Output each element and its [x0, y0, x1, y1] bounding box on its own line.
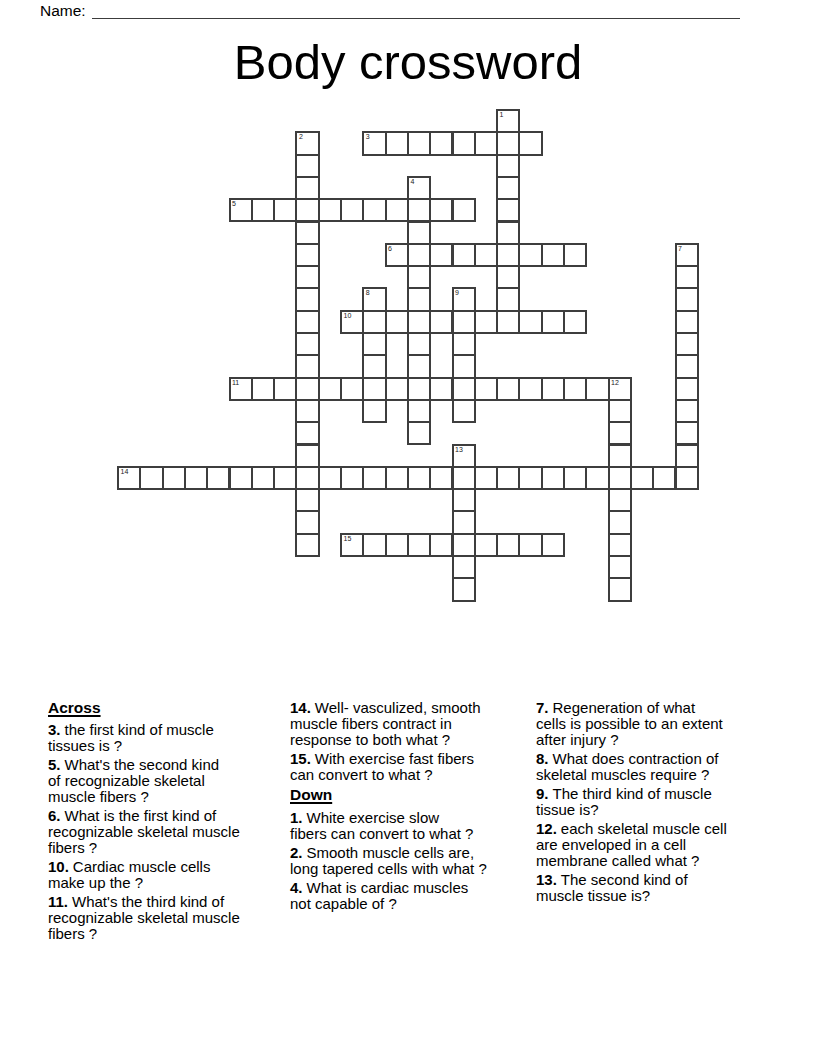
cell-r11-c11[interactable]	[362, 354, 386, 378]
clue-text: Well- vasculized, smooth muscle fibers c…	[290, 699, 480, 748]
cell-r15-c8[interactable]	[295, 444, 319, 468]
cell-r16-c13[interactable]	[407, 466, 431, 490]
clue-text: Cardiac muscle cells make up the ?	[48, 858, 210, 891]
cell-r7-c8[interactable]	[295, 265, 319, 289]
cell-r9-c16[interactable]	[474, 310, 498, 334]
clue-number: 14.	[290, 699, 311, 716]
cell-number: 3	[366, 133, 370, 141]
cell-r16-c18[interactable]	[518, 466, 542, 490]
cell-r17-c22[interactable]	[608, 488, 632, 512]
cell-r16-c10[interactable]	[340, 466, 364, 490]
clue-across-10: 10.Cardiac muscle cells make up the ?	[48, 859, 264, 891]
cell-r12-c13[interactable]	[407, 377, 431, 401]
cell-r6-c20[interactable]	[563, 243, 587, 267]
clue-number: 11.	[48, 893, 68, 910]
cell-r12-c14[interactable]	[429, 377, 453, 401]
clue-column-2: 14.Well- vasculized, smooth muscle fiber…	[290, 700, 514, 915]
clue-text: What does contraction of skeletal muscle…	[536, 750, 718, 783]
cell-r9-c10[interactable]: 10	[340, 310, 364, 334]
cell-r12-c17[interactable]	[496, 377, 520, 401]
cell-r5-c8[interactable]	[295, 221, 319, 245]
cell-r10-c25[interactable]	[675, 332, 699, 356]
clue-text: Regeneration of what cells is possible t…	[536, 699, 723, 748]
cell-r6-c25[interactable]: 7	[675, 243, 699, 267]
clue-text: What's the second kind of recognizable s…	[48, 756, 219, 805]
clue-number: 4.	[290, 879, 303, 896]
cell-r19-c17[interactable]	[496, 533, 520, 557]
cell-r16-c12[interactable]	[385, 466, 409, 490]
cell-r6-c15[interactable]	[452, 243, 476, 267]
worksheet-page: { "game": "crossword", "page": { "name_l…	[0, 0, 816, 1056]
cell-r19-c10[interactable]: 15	[340, 533, 364, 557]
clue-text: Smooth muscle cells are, long tapered ce…	[290, 844, 487, 877]
cell-r21-c15[interactable]	[452, 577, 476, 601]
cell-r12-c16[interactable]	[474, 377, 498, 401]
cell-r9-c8[interactable]	[295, 310, 319, 334]
cell-r4-c6[interactable]	[251, 198, 275, 222]
cell-r16-c17[interactable]	[496, 466, 520, 490]
cell-number: 12	[611, 379, 619, 387]
cell-number: 8	[366, 289, 370, 297]
cell-r8-c15[interactable]: 9	[452, 287, 476, 311]
clue-number: 2.	[290, 844, 303, 861]
cell-r1-c12[interactable]	[385, 131, 409, 155]
cell-number: 13	[455, 446, 463, 454]
cell-r8-c17[interactable]	[496, 287, 520, 311]
cell-r14-c25[interactable]	[675, 421, 699, 445]
cell-r16-c19[interactable]	[541, 466, 565, 490]
cell-r11-c25[interactable]	[675, 354, 699, 378]
cell-r10-c8[interactable]	[295, 332, 319, 356]
cell-r19-c13[interactable]	[407, 533, 431, 557]
cell-r12-c22[interactable]: 12	[608, 377, 632, 401]
cell-r3-c17[interactable]	[496, 176, 520, 200]
cell-r14-c22[interactable]	[608, 421, 632, 445]
cell-number: 1	[500, 111, 504, 119]
cell-r16-c6[interactable]	[251, 466, 275, 490]
clue-down-2: 2.Smooth muscle cells are, long tapered …	[290, 845, 514, 877]
clue-number: 12.	[536, 820, 557, 837]
cell-r16-c16[interactable]	[474, 466, 498, 490]
clue-across-15: 15.With exercise fast fibers can convert…	[290, 751, 514, 783]
cell-r12-c25[interactable]	[675, 377, 699, 401]
cell-r16-c20[interactable]	[563, 466, 587, 490]
cell-r1-c11[interactable]: 3	[362, 131, 386, 155]
clue-text: What's the third kind of recognizable sk…	[48, 893, 240, 942]
cell-r15-c25[interactable]	[675, 444, 699, 468]
cell-number: 10	[344, 312, 352, 320]
cell-r16-c4[interactable]	[206, 466, 230, 490]
cell-r5-c13[interactable]	[407, 221, 431, 245]
clue-across-14: 14.Well- vasculized, smooth muscle fiber…	[290, 700, 514, 748]
cell-r1-c8[interactable]: 2	[295, 131, 319, 155]
cell-r16-c2[interactable]	[162, 466, 186, 490]
cell-r4-c9[interactable]	[318, 198, 342, 222]
clue-number: 13.	[536, 871, 557, 888]
cell-r16-c23[interactable]	[630, 466, 654, 490]
cell-r16-c7[interactable]	[273, 466, 297, 490]
cell-r1-c17[interactable]	[496, 131, 520, 155]
cell-r5-c17[interactable]	[496, 221, 520, 245]
cell-r19-c14[interactable]	[429, 533, 453, 557]
cell-r19-c12[interactable]	[385, 533, 409, 557]
clue-text: the first kind of muscle tissues is ?	[48, 721, 214, 754]
cell-r12-c6[interactable]	[251, 377, 275, 401]
cell-r6-c13[interactable]	[407, 243, 431, 267]
cell-r7-c25[interactable]	[675, 265, 699, 289]
cell-r4-c13[interactable]	[407, 198, 431, 222]
clue-text: With exercise fast fibers can convert to…	[290, 750, 474, 783]
cell-r16-c3[interactable]	[184, 466, 208, 490]
cell-r12-c18[interactable]	[518, 377, 542, 401]
cell-r13-c13[interactable]	[407, 399, 431, 423]
cell-r12-c21[interactable]	[585, 377, 609, 401]
cell-r16-c11[interactable]	[362, 466, 386, 490]
cell-r1-c18[interactable]	[518, 131, 542, 155]
crossword-grid: 123456789101112131415	[118, 110, 698, 601]
cell-r13-c22[interactable]	[608, 399, 632, 423]
cell-r15-c15[interactable]: 13	[452, 444, 476, 468]
cell-r16-c0[interactable]: 14	[117, 466, 141, 490]
cell-r20-c22[interactable]	[608, 555, 632, 579]
clue-number: 7.	[536, 699, 549, 716]
name-label: Name:	[40, 2, 92, 19]
cell-r6-c12[interactable]: 6	[385, 243, 409, 267]
cell-r6-c16[interactable]	[474, 243, 498, 267]
cell-r9-c18[interactable]	[518, 310, 542, 334]
cell-number: 7	[678, 245, 682, 253]
cell-r7-c17[interactable]	[496, 265, 520, 289]
clue-across-5: 5.What's the second kind of recognizable…	[48, 757, 264, 805]
cell-r13-c25[interactable]	[675, 399, 699, 423]
page-title: Body crossword	[0, 34, 816, 90]
cell-r19-c19[interactable]	[541, 533, 565, 557]
cell-number: 6	[388, 245, 392, 253]
clue-number: 5.	[48, 756, 61, 773]
cell-r4-c12[interactable]	[385, 198, 409, 222]
clue-text: White exercise slow fibers can convert t…	[290, 809, 473, 842]
cell-r19-c11[interactable]	[362, 533, 386, 557]
cell-r4-c8[interactable]	[295, 198, 319, 222]
cell-r1-c14[interactable]	[429, 131, 453, 155]
clue-down-9: 9.The third kind of muscle tissue is?	[536, 786, 766, 818]
clue-number: 9.	[536, 785, 549, 802]
cell-r19-c18[interactable]	[518, 533, 542, 557]
cell-r19-c16[interactable]	[474, 533, 498, 557]
cell-r8-c13[interactable]	[407, 287, 431, 311]
clue-column-3: 7.Regeneration of what cells is possible…	[536, 700, 766, 907]
cell-r12-c7[interactable]	[273, 377, 297, 401]
cell-r18-c22[interactable]	[608, 510, 632, 534]
clue-across-6: 6.What is the first kind of recognizable…	[48, 808, 264, 856]
cell-r11-c15[interactable]	[452, 354, 476, 378]
cell-r4-c10[interactable]	[340, 198, 364, 222]
clue-down-8: 8.What does contraction of skeletal musc…	[536, 751, 766, 783]
cell-r15-c22[interactable]	[608, 444, 632, 468]
cell-r10-c13[interactable]	[407, 332, 431, 356]
cell-r4-c14[interactable]	[429, 198, 453, 222]
cell-r12-c19[interactable]	[541, 377, 565, 401]
clue-down-12: 12.each skeletal muscle cell are envelop…	[536, 821, 766, 869]
cell-r4-c5[interactable]: 5	[229, 198, 253, 222]
cell-r16-c22[interactable]	[608, 466, 632, 490]
cell-r12-c8[interactable]	[295, 377, 319, 401]
clue-number: 3.	[48, 721, 61, 738]
clue-number: 8.	[536, 750, 549, 767]
cell-r9-c25[interactable]	[675, 310, 699, 334]
cell-r9-c11[interactable]	[362, 310, 386, 334]
cell-r9-c20[interactable]	[563, 310, 587, 334]
cell-r17-c15[interactable]	[452, 488, 476, 512]
clue-number: 1.	[290, 809, 303, 826]
cell-r1-c15[interactable]	[452, 131, 476, 155]
cell-number: 5	[232, 200, 236, 208]
clue-text: The third kind of muscle tissue is?	[536, 785, 712, 818]
cell-r20-c15[interactable]	[452, 555, 476, 579]
cell-r9-c13[interactable]	[407, 310, 431, 334]
clue-text: What is the first kind of recognizable s…	[48, 807, 240, 856]
cell-r12-c11[interactable]	[362, 377, 386, 401]
cell-r16-c21[interactable]	[585, 466, 609, 490]
cell-r3-c13[interactable]: 4	[407, 176, 431, 200]
cell-number: 11	[232, 379, 239, 387]
cell-r3-c8[interactable]	[295, 176, 319, 200]
clue-number: 6.	[48, 807, 61, 824]
cell-r16-c15[interactable]	[452, 466, 476, 490]
cell-r18-c15[interactable]	[452, 510, 476, 534]
cell-r10-c11[interactable]	[362, 332, 386, 356]
clue-down-1: 1.White exercise slow fibers can convert…	[290, 810, 514, 842]
across-clues-header: Across	[48, 700, 264, 716]
cell-r4-c15[interactable]	[452, 198, 476, 222]
cell-r10-c15[interactable]	[452, 332, 476, 356]
clue-down-13: 13.The second kind of muscle tissue is?	[536, 872, 766, 904]
cell-r0-c17[interactable]: 1	[496, 109, 520, 133]
cell-r12-c5[interactable]: 11	[229, 377, 253, 401]
cell-r4-c11[interactable]	[362, 198, 386, 222]
cell-r8-c11[interactable]: 8	[362, 287, 386, 311]
cell-r6-c18[interactable]	[518, 243, 542, 267]
cell-r12-c20[interactable]	[563, 377, 587, 401]
cell-r2-c17[interactable]	[496, 154, 520, 178]
cell-r1-c13[interactable]	[407, 131, 431, 155]
cell-r11-c8[interactable]	[295, 354, 319, 378]
cell-r16-c1[interactable]	[139, 466, 163, 490]
name-blank-line[interactable]	[92, 3, 740, 19]
cell-r12-c12[interactable]	[385, 377, 409, 401]
clue-text: each skeletal muscle cell are enveloped …	[536, 820, 727, 869]
cell-r21-c22[interactable]	[608, 577, 632, 601]
cell-r13-c15[interactable]	[452, 399, 476, 423]
cell-r16-c24[interactable]	[652, 466, 676, 490]
cell-r9-c15[interactable]	[452, 310, 476, 334]
cell-r11-c13[interactable]	[407, 354, 431, 378]
cell-r6-c14[interactable]	[429, 243, 453, 267]
clue-down-7: 7.Regeneration of what cells is possible…	[536, 700, 766, 748]
clue-column-1: Across3.the first kind of muscle tissues…	[48, 700, 264, 945]
cell-r4-c7[interactable]	[273, 198, 297, 222]
cell-number: 9	[455, 289, 459, 297]
cell-r2-c8[interactable]	[295, 154, 319, 178]
cell-r8-c8[interactable]	[295, 287, 319, 311]
clue-across-3: 3.the first kind of muscle tissues is ?	[48, 722, 264, 754]
clue-number: 10.	[48, 858, 69, 875]
cell-r13-c8[interactable]	[295, 399, 319, 423]
cell-r19-c15[interactable]	[452, 533, 476, 557]
cell-number: 2	[299, 133, 303, 141]
cell-number: 15	[344, 535, 352, 543]
clue-across-11: 11.What's the third kind of recognizable…	[48, 894, 264, 942]
cell-r14-c8[interactable]	[295, 421, 319, 445]
cell-r1-c16[interactable]	[474, 131, 498, 155]
clue-down-4: 4.What is cardiac muscles not capable of…	[290, 880, 514, 912]
cell-r9-c17[interactable]	[496, 310, 520, 334]
cell-r12-c15[interactable]	[452, 377, 476, 401]
cell-r6-c19[interactable]	[541, 243, 565, 267]
cell-r13-c11[interactable]	[362, 399, 386, 423]
cell-r12-c10[interactable]	[340, 377, 364, 401]
cell-r8-c25[interactable]	[675, 287, 699, 311]
cell-r6-c8[interactable]	[295, 243, 319, 267]
down-clues-header: Down	[290, 787, 514, 803]
cell-r16-c14[interactable]	[429, 466, 453, 490]
cell-r17-c8[interactable]	[295, 488, 319, 512]
cell-r14-c13[interactable]	[407, 421, 431, 445]
cell-r16-c9[interactable]	[318, 466, 342, 490]
cell-r16-c8[interactable]	[295, 466, 319, 490]
cell-r6-c17[interactable]	[496, 243, 520, 267]
clue-text: What is cardiac muscles not capable of ?	[290, 879, 468, 912]
cell-r9-c12[interactable]	[385, 310, 409, 334]
clue-number: 15.	[290, 750, 311, 767]
cell-r9-c14[interactable]	[429, 310, 453, 334]
cell-r12-c9[interactable]	[318, 377, 342, 401]
cell-number: 14	[121, 468, 129, 476]
cell-r16-c25[interactable]	[675, 466, 699, 490]
cell-r19-c22[interactable]	[608, 533, 632, 557]
cell-r19-c8[interactable]	[295, 533, 319, 557]
cell-r16-c5[interactable]	[229, 466, 253, 490]
cell-number: 4	[410, 178, 414, 186]
cell-r7-c13[interactable]	[407, 265, 431, 289]
cell-r9-c19[interactable]	[541, 310, 565, 334]
cell-r4-c17[interactable]	[496, 198, 520, 222]
cell-r18-c8[interactable]	[295, 510, 319, 534]
name-row: Name:	[40, 2, 740, 19]
clue-text: The second kind of muscle tissue is?	[536, 871, 688, 904]
